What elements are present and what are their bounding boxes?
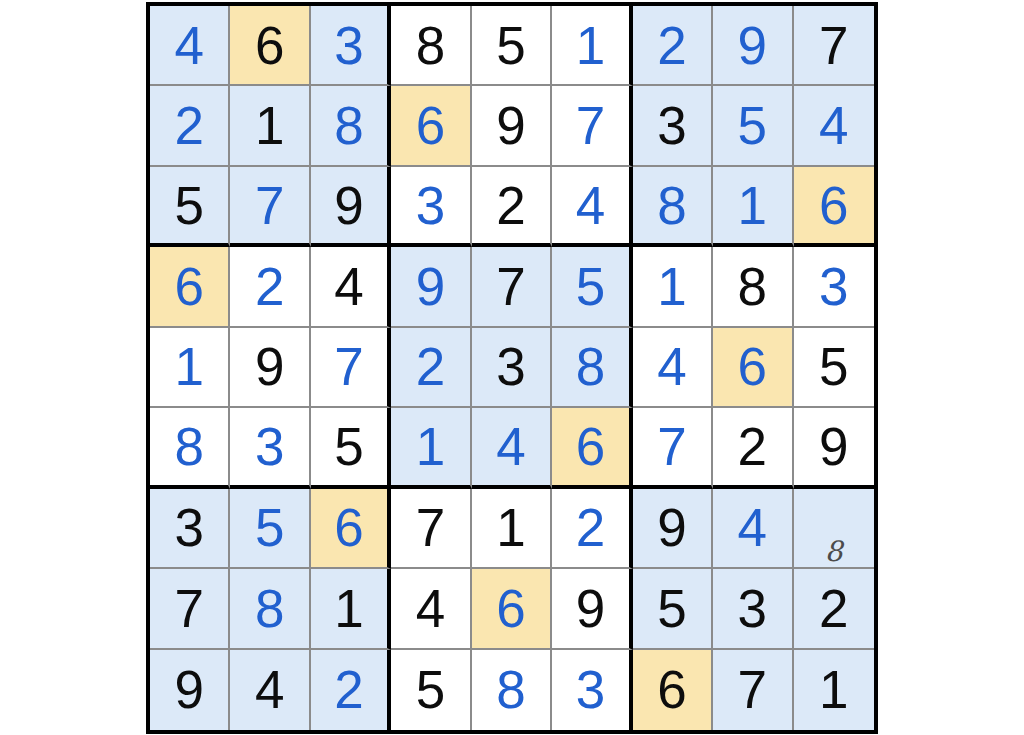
cell-r4c4[interactable]: 9 <box>391 247 471 327</box>
entered-digit: 7 <box>255 179 284 232</box>
entered-digit: 2 <box>334 663 363 716</box>
cell-r4c5[interactable]: 7 <box>472 247 552 327</box>
cell-r1c4[interactable]: 8 <box>391 6 471 86</box>
given-digit: 5 <box>657 582 686 635</box>
given-digit: 7 <box>819 19 848 72</box>
cell-r1c3[interactable]: 3 <box>311 6 391 86</box>
entered-digit: 1 <box>738 179 767 232</box>
cell-r5c5[interactable]: 3 <box>472 328 552 408</box>
entered-digit: 8 <box>174 420 203 473</box>
entered-digit: 8 <box>657 179 686 232</box>
entered-digit: 7 <box>576 99 605 152</box>
cell-r3c4[interactable]: 3 <box>391 167 471 247</box>
cell-r1c2[interactable]: 6 <box>230 6 310 86</box>
cell-r5c3[interactable]: 7 <box>311 328 391 408</box>
cell-r9c5[interactable]: 8 <box>472 650 552 730</box>
cell-r1c6[interactable]: 1 <box>552 6 632 86</box>
cell-r6c5[interactable]: 4 <box>472 408 552 488</box>
entered-digit: 2 <box>576 501 605 554</box>
given-digit: 3 <box>738 582 767 635</box>
cell-r9c6[interactable]: 3 <box>552 650 632 730</box>
cell-r9c2[interactable]: 4 <box>230 650 310 730</box>
given-digit: 1 <box>496 501 525 554</box>
cell-r6c3[interactable]: 5 <box>311 408 391 488</box>
given-digit: 1 <box>255 99 284 152</box>
cell-r8c3[interactable]: 1 <box>311 569 391 649</box>
entered-digit: 8 <box>576 340 605 393</box>
cell-r5c4[interactable]: 2 <box>391 328 471 408</box>
cell-r5c6[interactable]: 8 <box>552 328 632 408</box>
cell-r4c3[interactable]: 4 <box>311 247 391 327</box>
cell-r5c1[interactable]: 1 <box>150 328 230 408</box>
cell-r9c9[interactable]: 1 <box>794 650 874 730</box>
entered-digit: 3 <box>819 260 848 313</box>
cell-r3c9[interactable]: 6 <box>794 167 874 247</box>
cell-r3c8[interactable]: 1 <box>713 167 793 247</box>
entered-digit: 4 <box>496 420 525 473</box>
cell-r4c2[interactable]: 2 <box>230 247 310 327</box>
entered-digit: 2 <box>416 340 445 393</box>
given-digit: 9 <box>496 99 525 152</box>
entered-digit: 6 <box>819 179 848 232</box>
given-digit: 5 <box>174 179 203 232</box>
cell-r7c5[interactable]: 1 <box>472 489 552 569</box>
cell-r2c1[interactable]: 2 <box>150 86 230 166</box>
cell-r8c1[interactable]: 7 <box>150 569 230 649</box>
cell-r1c7[interactable]: 2 <box>633 6 713 86</box>
cell-r3c6[interactable]: 4 <box>552 167 632 247</box>
cell-r8c6[interactable]: 9 <box>552 569 632 649</box>
entered-digit: 3 <box>255 420 284 473</box>
cell-r6c2[interactable]: 3 <box>230 408 310 488</box>
entered-digit: 1 <box>657 260 686 313</box>
entered-digit: 3 <box>576 663 605 716</box>
given-digit: 2 <box>496 179 525 232</box>
entered-digit: 4 <box>738 501 767 554</box>
cell-r9c7[interactable]: 6 <box>633 650 713 730</box>
entered-digit: 6 <box>496 582 525 635</box>
cell-r8c2[interactable]: 8 <box>230 569 310 649</box>
cell-r1c1[interactable]: 4 <box>150 6 230 86</box>
entered-digit: 5 <box>576 260 605 313</box>
cell-r3c2[interactable]: 7 <box>230 167 310 247</box>
entered-digit: 3 <box>334 19 363 72</box>
cell-r7c9[interactable]: 8 <box>794 489 874 569</box>
given-digit: 3 <box>657 99 686 152</box>
given-digit: 7 <box>416 501 445 554</box>
given-digit: 9 <box>657 501 686 554</box>
cell-r7c6[interactable]: 2 <box>552 489 632 569</box>
entered-digit: 6 <box>174 260 203 313</box>
entered-digit: 4 <box>174 19 203 72</box>
entered-digit: 5 <box>255 501 284 554</box>
entered-digit: 7 <box>334 340 363 393</box>
entered-digit: 6 <box>334 501 363 554</box>
cell-r3c1[interactable]: 5 <box>150 167 230 247</box>
entered-digit: 6 <box>738 340 767 393</box>
cell-r7c3[interactable]: 6 <box>311 489 391 569</box>
entered-digit: 2 <box>657 19 686 72</box>
cell-r2c2[interactable]: 1 <box>230 86 310 166</box>
given-digit: 3 <box>496 340 525 393</box>
given-digit: 4 <box>334 260 363 313</box>
cell-r7c8[interactable]: 4 <box>713 489 793 569</box>
cell-r2c7[interactable]: 3 <box>633 86 713 166</box>
cell-r6c9[interactable]: 9 <box>794 408 874 488</box>
cell-r8c4[interactable]: 4 <box>391 569 471 649</box>
given-digit: 5 <box>334 420 363 473</box>
given-digit: 2 <box>738 420 767 473</box>
given-digit: 4 <box>416 582 445 635</box>
given-digit: 7 <box>496 260 525 313</box>
given-digit: 2 <box>819 582 848 635</box>
cell-r7c7[interactable]: 9 <box>633 489 713 569</box>
cell-r2c4[interactable]: 6 <box>391 86 471 166</box>
cell-r5c7[interactable]: 4 <box>633 328 713 408</box>
cell-r9c8[interactable]: 7 <box>713 650 793 730</box>
cell-r8c9[interactable]: 2 <box>794 569 874 649</box>
cell-r2c3[interactable]: 8 <box>311 86 391 166</box>
cell-r4c7[interactable]: 1 <box>633 247 713 327</box>
given-digit: 4 <box>255 663 284 716</box>
entered-digit: 8 <box>255 582 284 635</box>
cell-r5c8[interactable]: 6 <box>713 328 793 408</box>
cell-r2c8[interactable]: 5 <box>713 86 793 166</box>
cell-r9c1[interactable]: 9 <box>150 650 230 730</box>
given-digit: 9 <box>334 179 363 232</box>
cell-r7c2[interactable]: 5 <box>230 489 310 569</box>
cell-r4c8[interactable]: 8 <box>713 247 793 327</box>
entered-digit: 8 <box>496 663 525 716</box>
entered-digit: 4 <box>576 179 605 232</box>
entered-digit: 1 <box>416 420 445 473</box>
given-digit: 9 <box>819 420 848 473</box>
given-digit: 9 <box>174 663 203 716</box>
entered-digit: 5 <box>738 99 767 152</box>
entered-digit: 6 <box>576 420 605 473</box>
entered-digit: 3 <box>416 179 445 232</box>
given-digit: 3 <box>174 501 203 554</box>
cell-r9c3[interactable]: 2 <box>311 650 391 730</box>
given-digit: 5 <box>819 340 848 393</box>
cell-r7c4[interactable]: 7 <box>391 489 471 569</box>
cell-r4c9[interactable]: 3 <box>794 247 874 327</box>
cell-r8c8[interactable]: 3 <box>713 569 793 649</box>
given-digit: 1 <box>334 582 363 635</box>
cell-r1c9[interactable]: 7 <box>794 6 874 86</box>
cell-r4c6[interactable]: 5 <box>552 247 632 327</box>
cell-r8c7[interactable]: 5 <box>633 569 713 649</box>
entered-digit: 9 <box>416 260 445 313</box>
given-digit: 1 <box>819 663 848 716</box>
cell-r5c9[interactable]: 5 <box>794 328 874 408</box>
cell-r3c7[interactable]: 8 <box>633 167 713 247</box>
sudoku-board: 4638512972186973545793248166249751831972… <box>146 2 878 734</box>
cell-r8c5[interactable]: 6 <box>472 569 552 649</box>
entered-digit: 7 <box>657 420 686 473</box>
entered-digit: 2 <box>174 99 203 152</box>
given-digit: 9 <box>576 582 605 635</box>
entered-digit: 1 <box>174 340 203 393</box>
given-digit: 8 <box>738 260 767 313</box>
given-digit: 7 <box>738 663 767 716</box>
given-digit: 9 <box>255 340 284 393</box>
entered-digit: 4 <box>819 99 848 152</box>
entered-digit: 4 <box>657 340 686 393</box>
cell-r6c7[interactable]: 7 <box>633 408 713 488</box>
cell-r6c6[interactable]: 6 <box>552 408 632 488</box>
entered-digit: 8 <box>334 99 363 152</box>
given-digit: 8 <box>416 19 445 72</box>
cell-r4c1[interactable]: 6 <box>150 247 230 327</box>
entered-digit: 6 <box>416 99 445 152</box>
cell-r9c4[interactable]: 5 <box>391 650 471 730</box>
cell-r2c5[interactable]: 9 <box>472 86 552 166</box>
entered-digit: 9 <box>738 19 767 72</box>
cell-r2c6[interactable]: 7 <box>552 86 632 166</box>
cell-r5c2[interactable]: 9 <box>230 328 310 408</box>
given-digit: 7 <box>174 582 203 635</box>
cell-r1c5[interactable]: 5 <box>472 6 552 86</box>
given-digit: 5 <box>416 663 445 716</box>
entered-digit: 2 <box>255 260 284 313</box>
entered-digit: 1 <box>576 19 605 72</box>
cell-r6c4[interactable]: 1 <box>391 408 471 488</box>
cell-r3c3[interactable]: 9 <box>311 167 391 247</box>
given-digit: 5 <box>496 19 525 72</box>
cell-r3c5[interactable]: 2 <box>472 167 552 247</box>
cell-r6c1[interactable]: 8 <box>150 408 230 488</box>
cell-r2c9[interactable]: 4 <box>794 86 874 166</box>
cell-r7c1[interactable]: 3 <box>150 489 230 569</box>
cell-r6c8[interactable]: 2 <box>713 408 793 488</box>
given-digit: 6 <box>657 663 686 716</box>
given-digit: 6 <box>255 19 284 72</box>
pencil-mark: 8 <box>794 538 874 566</box>
cell-r1c8[interactable]: 9 <box>713 6 793 86</box>
